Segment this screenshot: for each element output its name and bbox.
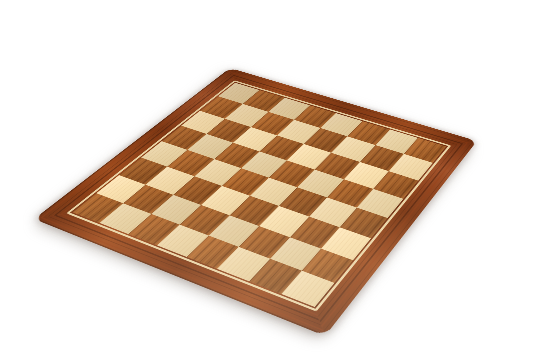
photo-background [0, 0, 533, 354]
